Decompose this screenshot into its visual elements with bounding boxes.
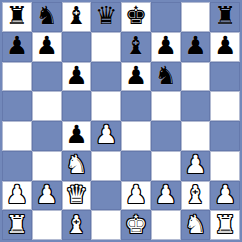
square-d6[interactable] [91, 62, 121, 92]
square-e7[interactable]: ♝ [121, 32, 151, 62]
square-e2[interactable]: ♟ [121, 181, 151, 211]
white-pawn-icon[interactable]: ♟ [6, 182, 28, 207]
black-pawn-icon[interactable]: ♟ [184, 33, 206, 58]
square-a8[interactable]: ♜ [2, 2, 32, 32]
black-bishop-icon[interactable]: ♝ [125, 33, 147, 58]
square-g6[interactable] [181, 62, 211, 92]
square-d4[interactable]: ♟ [91, 121, 121, 151]
square-c3[interactable]: ♞ [62, 151, 92, 181]
black-pawn-icon[interactable]: ♟ [125, 63, 147, 88]
square-g4[interactable] [181, 121, 211, 151]
square-c4[interactable]: ♟ [62, 121, 92, 151]
square-a5[interactable] [2, 91, 32, 121]
square-f8[interactable] [151, 2, 181, 32]
square-h7[interactable]: ♟ [210, 32, 240, 62]
black-pawn-icon[interactable]: ♟ [65, 122, 87, 147]
square-c5[interactable] [62, 91, 92, 121]
square-e4[interactable] [121, 121, 151, 151]
black-king-icon[interactable]: ♚ [125, 3, 147, 28]
square-b2[interactable]: ♟ [32, 181, 62, 211]
square-c1[interactable]: ♝ [62, 210, 92, 240]
square-b1[interactable] [32, 210, 62, 240]
square-a1[interactable]: ♜ [2, 210, 32, 240]
black-knight-icon[interactable]: ♞ [35, 3, 57, 28]
square-e6[interactable]: ♟ [121, 62, 151, 92]
square-h1[interactable]: ♜ [210, 210, 240, 240]
square-f7[interactable]: ♟ [151, 32, 181, 62]
square-a4[interactable] [2, 121, 32, 151]
white-pawn-icon[interactable]: ♟ [95, 122, 117, 147]
black-queen-icon[interactable]: ♛ [95, 3, 117, 28]
black-pawn-icon[interactable]: ♟ [154, 33, 176, 58]
black-bishop-icon[interactable]: ♝ [65, 3, 87, 28]
black-pawn-icon[interactable]: ♟ [65, 63, 87, 88]
square-g7[interactable]: ♟ [181, 32, 211, 62]
white-rook-icon[interactable]: ♜ [214, 212, 236, 237]
square-c7[interactable] [62, 32, 92, 62]
chess-board: ♜♞♝♛♚♜♟♟♝♟♟♟♟♟♞♟♟♞♟♟♟♛♟♟♝♟♜♝♚♞♜ [0, 0, 242, 242]
square-g5[interactable] [181, 91, 211, 121]
square-e1[interactable]: ♚ [121, 210, 151, 240]
square-c2[interactable]: ♛ [62, 181, 92, 211]
square-b4[interactable] [32, 121, 62, 151]
square-h5[interactable] [210, 91, 240, 121]
white-pawn-icon[interactable]: ♟ [125, 182, 147, 207]
square-h8[interactable]: ♜ [210, 2, 240, 32]
square-f5[interactable] [151, 91, 181, 121]
black-rook-icon[interactable]: ♜ [6, 3, 28, 28]
square-f4[interactable] [151, 121, 181, 151]
square-e5[interactable] [121, 91, 151, 121]
square-b6[interactable] [32, 62, 62, 92]
square-b8[interactable]: ♞ [32, 2, 62, 32]
square-d1[interactable] [91, 210, 121, 240]
white-queen-icon[interactable]: ♛ [65, 182, 87, 207]
white-knight-icon[interactable]: ♞ [184, 212, 206, 237]
white-rook-icon[interactable]: ♜ [6, 212, 28, 237]
black-pawn-icon[interactable]: ♟ [35, 33, 57, 58]
square-g3[interactable]: ♟ [181, 151, 211, 181]
white-pawn-icon[interactable]: ♟ [35, 182, 57, 207]
black-pawn-icon[interactable]: ♟ [6, 33, 28, 58]
square-g1[interactable]: ♞ [181, 210, 211, 240]
square-d8[interactable]: ♛ [91, 2, 121, 32]
square-g2[interactable]: ♝ [181, 181, 211, 211]
white-bishop-icon[interactable]: ♝ [184, 182, 206, 207]
square-g8[interactable] [181, 2, 211, 32]
square-b5[interactable] [32, 91, 62, 121]
square-h3[interactable] [210, 151, 240, 181]
square-h2[interactable]: ♟ [210, 181, 240, 211]
square-d5[interactable] [91, 91, 121, 121]
white-bishop-icon[interactable]: ♝ [65, 212, 87, 237]
square-h6[interactable] [210, 62, 240, 92]
white-pawn-icon[interactable]: ♟ [214, 182, 236, 207]
square-a6[interactable] [2, 62, 32, 92]
square-e3[interactable] [121, 151, 151, 181]
square-f3[interactable] [151, 151, 181, 181]
square-c6[interactable]: ♟ [62, 62, 92, 92]
white-pawn-icon[interactable]: ♟ [154, 182, 176, 207]
black-knight-icon[interactable]: ♞ [154, 63, 176, 88]
square-h4[interactable] [210, 121, 240, 151]
square-a3[interactable] [2, 151, 32, 181]
square-d3[interactable] [91, 151, 121, 181]
black-rook-icon[interactable]: ♜ [214, 3, 236, 28]
square-a7[interactable]: ♟ [2, 32, 32, 62]
square-f6[interactable]: ♞ [151, 62, 181, 92]
square-a2[interactable]: ♟ [2, 181, 32, 211]
square-f2[interactable]: ♟ [151, 181, 181, 211]
black-pawn-icon[interactable]: ♟ [214, 33, 236, 58]
white-king-icon[interactable]: ♚ [125, 212, 147, 237]
square-c8[interactable]: ♝ [62, 2, 92, 32]
square-b7[interactable]: ♟ [32, 32, 62, 62]
white-pawn-icon[interactable]: ♟ [184, 152, 206, 177]
square-f1[interactable] [151, 210, 181, 240]
square-e8[interactable]: ♚ [121, 2, 151, 32]
square-b3[interactable] [32, 151, 62, 181]
white-knight-icon[interactable]: ♞ [65, 152, 87, 177]
square-d7[interactable] [91, 32, 121, 62]
square-d2[interactable] [91, 181, 121, 211]
